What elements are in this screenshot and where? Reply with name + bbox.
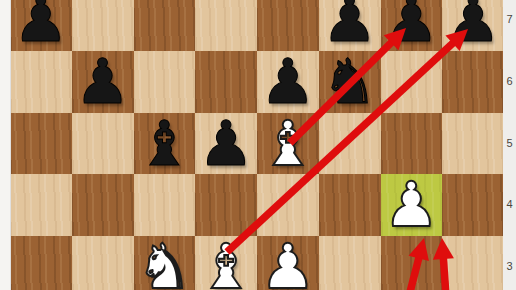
square-h7[interactable]: ♟ (442, 0, 504, 51)
square-e3[interactable]: ♟ (257, 236, 319, 290)
rank-label-3: 3 (503, 260, 516, 272)
chess-board: ♟♟♟♟♟♟♞♝♟♝♟♞♝♟ (10, 0, 504, 290)
square-f7[interactable]: ♟ (319, 0, 381, 51)
square-c5[interactable]: ♝ (134, 113, 196, 175)
square-d4[interactable] (195, 174, 257, 236)
piece-white-bishop-e5[interactable]: ♝ (260, 113, 316, 175)
piece-white-bishop-d3[interactable]: ♝ (198, 236, 254, 290)
rank-label-7: 7 (503, 13, 516, 25)
square-b7[interactable] (72, 0, 134, 51)
square-f3[interactable] (319, 236, 381, 290)
square-g6[interactable] (381, 51, 443, 113)
piece-black-pawn-e6[interactable]: ♟ (260, 51, 316, 113)
board-left-margin (0, 0, 11, 290)
square-c4[interactable] (134, 174, 196, 236)
square-c6[interactable] (134, 51, 196, 113)
piece-white-knight-c3[interactable]: ♞ (137, 236, 193, 290)
square-b6[interactable]: ♟ (72, 51, 134, 113)
piece-black-pawn-d5[interactable]: ♟ (198, 113, 254, 175)
square-h3[interactable] (442, 236, 504, 290)
square-h6[interactable] (442, 51, 504, 113)
square-a3[interactable] (10, 236, 72, 290)
rank-label-6: 6 (503, 75, 516, 87)
square-f5[interactable] (319, 113, 381, 175)
piece-black-pawn-f7[interactable]: ♟ (322, 0, 378, 51)
square-a7[interactable]: ♟ (10, 0, 72, 51)
piece-black-pawn-a7[interactable]: ♟ (13, 0, 69, 51)
rank-label-5: 5 (503, 137, 516, 149)
square-g5[interactable] (381, 113, 443, 175)
square-e4[interactable] (257, 174, 319, 236)
square-c7[interactable] (134, 0, 196, 51)
square-e6[interactable]: ♟ (257, 51, 319, 113)
square-a4[interactable] (10, 174, 72, 236)
square-d7[interactable] (195, 0, 257, 51)
square-h4[interactable] (442, 174, 504, 236)
square-e7[interactable] (257, 0, 319, 51)
square-c3[interactable]: ♞ (134, 236, 196, 290)
piece-black-pawn-b6[interactable]: ♟ (75, 51, 131, 113)
square-f4[interactable] (319, 174, 381, 236)
square-b3[interactable] (72, 236, 134, 290)
chess-board-screenshot: ♟♟♟♟♟♟♞♝♟♝♟♞♝♟ 76543 (0, 0, 516, 290)
piece-black-bishop-c5[interactable]: ♝ (137, 113, 193, 175)
square-g4[interactable]: ♟ (381, 174, 443, 236)
piece-white-pawn-g4[interactable]: ♟ (384, 174, 440, 236)
square-d6[interactable] (195, 51, 257, 113)
square-e5[interactable]: ♝ (257, 113, 319, 175)
piece-black-pawn-h7[interactable]: ♟ (445, 0, 501, 51)
square-f6[interactable]: ♞ (319, 51, 381, 113)
square-g7[interactable]: ♟ (381, 0, 443, 51)
square-a5[interactable] (10, 113, 72, 175)
square-a6[interactable] (10, 51, 72, 113)
square-d5[interactable]: ♟ (195, 113, 257, 175)
rank-label-4: 4 (503, 198, 516, 210)
piece-black-pawn-g7[interactable]: ♟ (384, 0, 440, 51)
square-d3[interactable]: ♝ (195, 236, 257, 290)
rank-coordinates-strip: 76543 (503, 0, 516, 290)
square-b4[interactable] (72, 174, 134, 236)
square-h5[interactable] (442, 113, 504, 175)
square-g3[interactable] (381, 236, 443, 290)
piece-white-pawn-e3[interactable]: ♟ (260, 236, 316, 290)
piece-black-knight-f6[interactable]: ♞ (322, 51, 378, 113)
square-b5[interactable] (72, 113, 134, 175)
